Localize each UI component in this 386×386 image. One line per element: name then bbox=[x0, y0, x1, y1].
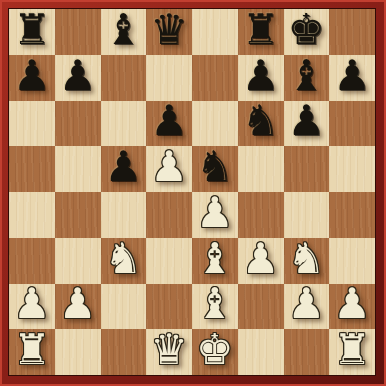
piece-white-pawn: ♟ bbox=[59, 283, 97, 325]
square-e3[interactable]: ♝ bbox=[192, 238, 238, 284]
piece-white-pawn: ♟ bbox=[242, 238, 280, 280]
piece-white-queen: ♛ bbox=[150, 329, 188, 371]
piece-black-knight: ♞ bbox=[242, 100, 280, 142]
square-h5[interactable] bbox=[329, 146, 375, 192]
square-h3[interactable] bbox=[329, 238, 375, 284]
square-b3[interactable] bbox=[55, 238, 101, 284]
square-h8[interactable] bbox=[329, 9, 375, 55]
piece-black-queen: ♛ bbox=[150, 9, 188, 51]
square-a7[interactable]: ♟ bbox=[9, 55, 55, 101]
square-f1[interactable] bbox=[238, 329, 284, 375]
square-b5[interactable] bbox=[55, 146, 101, 192]
square-d4[interactable] bbox=[146, 192, 192, 238]
square-e6[interactable] bbox=[192, 101, 238, 147]
piece-white-king: ♚ bbox=[196, 329, 234, 371]
square-c7[interactable] bbox=[101, 55, 147, 101]
piece-white-knight: ♞ bbox=[105, 238, 143, 280]
square-h6[interactable] bbox=[329, 101, 375, 147]
square-b2[interactable]: ♟ bbox=[55, 284, 101, 330]
piece-black-pawn: ♟ bbox=[333, 55, 371, 97]
chess-board: ♜♝♛♜♚♟♟♟♝♟♟♞♟♟♟♞♟♞♝♟♞♟♟♝♟♟♜♛♚♜ bbox=[8, 8, 376, 376]
square-h4[interactable] bbox=[329, 192, 375, 238]
square-e1[interactable]: ♚ bbox=[192, 329, 238, 375]
square-b7[interactable]: ♟ bbox=[55, 55, 101, 101]
square-g3[interactable]: ♞ bbox=[284, 238, 330, 284]
board-frame-inner: ♜♝♛♜♚♟♟♟♝♟♟♞♟♟♟♞♟♞♝♟♞♟♟♝♟♟♜♛♚♜ bbox=[2, 2, 384, 384]
square-g8[interactable]: ♚ bbox=[284, 9, 330, 55]
piece-black-king: ♚ bbox=[288, 9, 326, 51]
square-f5[interactable] bbox=[238, 146, 284, 192]
piece-white-pawn: ♟ bbox=[150, 146, 188, 188]
square-a4[interactable] bbox=[9, 192, 55, 238]
board-frame: ♜♝♛♜♚♟♟♟♝♟♟♞♟♟♟♞♟♞♝♟♞♟♟♝♟♟♜♛♚♜ bbox=[0, 0, 386, 386]
square-h1[interactable]: ♜ bbox=[329, 329, 375, 375]
square-b1[interactable] bbox=[55, 329, 101, 375]
square-b6[interactable] bbox=[55, 101, 101, 147]
piece-white-rook: ♜ bbox=[13, 329, 51, 371]
square-f4[interactable] bbox=[238, 192, 284, 238]
piece-white-knight: ♞ bbox=[288, 238, 326, 280]
square-c1[interactable] bbox=[101, 329, 147, 375]
square-b8[interactable] bbox=[55, 9, 101, 55]
piece-black-pawn: ♟ bbox=[105, 146, 143, 188]
piece-black-pawn: ♟ bbox=[288, 100, 326, 142]
square-d3[interactable] bbox=[146, 238, 192, 284]
square-f7[interactable]: ♟ bbox=[238, 55, 284, 101]
square-g2[interactable]: ♟ bbox=[284, 284, 330, 330]
square-d2[interactable] bbox=[146, 284, 192, 330]
square-a2[interactable]: ♟ bbox=[9, 284, 55, 330]
piece-black-rook: ♜ bbox=[242, 9, 280, 51]
square-c6[interactable] bbox=[101, 101, 147, 147]
piece-black-bishop: ♝ bbox=[288, 55, 326, 97]
piece-black-knight: ♞ bbox=[196, 146, 234, 188]
square-a1[interactable]: ♜ bbox=[9, 329, 55, 375]
square-c3[interactable]: ♞ bbox=[101, 238, 147, 284]
square-e5[interactable]: ♞ bbox=[192, 146, 238, 192]
piece-black-bishop: ♝ bbox=[105, 9, 143, 51]
piece-white-pawn: ♟ bbox=[288, 283, 326, 325]
square-e7[interactable] bbox=[192, 55, 238, 101]
square-f6[interactable]: ♞ bbox=[238, 101, 284, 147]
square-c2[interactable] bbox=[101, 284, 147, 330]
square-a5[interactable] bbox=[9, 146, 55, 192]
square-e4[interactable]: ♟ bbox=[192, 192, 238, 238]
square-d8[interactable]: ♛ bbox=[146, 9, 192, 55]
square-h7[interactable]: ♟ bbox=[329, 55, 375, 101]
square-b4[interactable] bbox=[55, 192, 101, 238]
piece-white-bishop: ♝ bbox=[196, 238, 234, 280]
square-d1[interactable]: ♛ bbox=[146, 329, 192, 375]
square-c5[interactable]: ♟ bbox=[101, 146, 147, 192]
square-e8[interactable] bbox=[192, 9, 238, 55]
piece-white-bishop: ♝ bbox=[196, 283, 234, 325]
square-g6[interactable]: ♟ bbox=[284, 101, 330, 147]
square-f2[interactable] bbox=[238, 284, 284, 330]
piece-white-rook: ♜ bbox=[333, 329, 371, 371]
piece-black-pawn: ♟ bbox=[59, 55, 97, 97]
piece-black-pawn: ♟ bbox=[13, 55, 51, 97]
square-g5[interactable] bbox=[284, 146, 330, 192]
square-c8[interactable]: ♝ bbox=[101, 9, 147, 55]
square-d7[interactable] bbox=[146, 55, 192, 101]
square-f3[interactable]: ♟ bbox=[238, 238, 284, 284]
square-e2[interactable]: ♝ bbox=[192, 284, 238, 330]
piece-black-pawn: ♟ bbox=[150, 100, 188, 142]
piece-white-pawn: ♟ bbox=[333, 283, 371, 325]
piece-white-pawn: ♟ bbox=[196, 192, 234, 234]
square-g1[interactable] bbox=[284, 329, 330, 375]
piece-black-pawn: ♟ bbox=[242, 55, 280, 97]
square-a3[interactable] bbox=[9, 238, 55, 284]
square-g4[interactable] bbox=[284, 192, 330, 238]
piece-white-pawn: ♟ bbox=[13, 283, 51, 325]
square-h2[interactable]: ♟ bbox=[329, 284, 375, 330]
square-d6[interactable]: ♟ bbox=[146, 101, 192, 147]
square-c4[interactable] bbox=[101, 192, 147, 238]
square-g7[interactable]: ♝ bbox=[284, 55, 330, 101]
square-a6[interactable] bbox=[9, 101, 55, 147]
square-f8[interactable]: ♜ bbox=[238, 9, 284, 55]
square-d5[interactable]: ♟ bbox=[146, 146, 192, 192]
square-a8[interactable]: ♜ bbox=[9, 9, 55, 55]
piece-black-rook: ♜ bbox=[13, 9, 51, 51]
